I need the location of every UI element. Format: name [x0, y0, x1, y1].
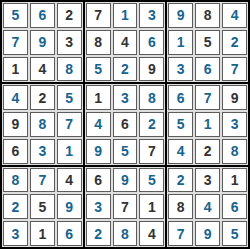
sudoku-cell[interactable]: 7	[195, 85, 220, 110]
sudoku-cell[interactable]: 8	[57, 57, 82, 82]
sudoku-cell[interactable]: 3	[30, 139, 55, 164]
sudoku-cell[interactable]: 4	[57, 168, 82, 193]
sudoku-cell[interactable]: 9	[222, 85, 247, 110]
sudoku-cell[interactable]: 7	[139, 139, 164, 164]
sudoku-cell[interactable]: 3	[195, 168, 220, 193]
sudoku-cell[interactable]: 4	[168, 139, 193, 164]
sudoku-cell[interactable]: 5	[139, 168, 164, 193]
sudoku-cell[interactable]: 9	[57, 194, 82, 219]
sudoku-cell[interactable]: 5	[195, 30, 220, 55]
sudoku-cell[interactable]: 3	[139, 3, 164, 28]
sudoku-cell[interactable]: 9	[168, 3, 193, 28]
sudoku-cell[interactable]: 3	[113, 85, 138, 110]
sudoku-cell[interactable]: 3	[57, 30, 82, 55]
sudoku-box: 984152367	[167, 2, 248, 82]
sudoku-cell[interactable]: 7	[3, 30, 28, 55]
sudoku-cell[interactable]: 1	[168, 30, 193, 55]
sudoku-box: 425987631	[2, 84, 83, 164]
sudoku-cell[interactable]: 6	[86, 168, 111, 193]
sudoku-cell[interactable]: 4	[86, 112, 111, 137]
sudoku-cell[interactable]: 6	[57, 221, 82, 246]
sudoku-cell[interactable]: 1	[3, 57, 28, 82]
sudoku-cell[interactable]: 8	[195, 3, 220, 28]
sudoku-cell[interactable]: 1	[195, 112, 220, 137]
sudoku-cell[interactable]: 8	[30, 112, 55, 137]
sudoku-box: 562793148	[2, 2, 83, 82]
sudoku-box: 679513428	[167, 84, 248, 164]
sudoku-cell[interactable]: 7	[113, 194, 138, 219]
sudoku-cell[interactable]: 8	[139, 85, 164, 110]
sudoku-cell[interactable]: 1	[57, 139, 82, 164]
sudoku-cell[interactable]: 3	[86, 194, 111, 219]
sudoku-cell[interactable]: 1	[139, 194, 164, 219]
sudoku-box: 874259316	[2, 167, 83, 247]
sudoku-cell[interactable]: 8	[168, 194, 193, 219]
sudoku-cell[interactable]: 7	[57, 112, 82, 137]
sudoku-board: 5627931487138465299841523674259876311384…	[0, 0, 250, 249]
sudoku-cell[interactable]: 1	[113, 3, 138, 28]
sudoku-cell[interactable]: 3	[168, 57, 193, 82]
sudoku-cell[interactable]: 4	[222, 3, 247, 28]
sudoku-cell[interactable]: 4	[30, 57, 55, 82]
sudoku-cell[interactable]: 6	[139, 30, 164, 55]
sudoku-cell[interactable]: 9	[139, 57, 164, 82]
sudoku-cell[interactable]: 3	[3, 221, 28, 246]
sudoku-cell[interactable]: 2	[57, 3, 82, 28]
sudoku-cell[interactable]: 4	[195, 194, 220, 219]
sudoku-cell[interactable]: 5	[168, 112, 193, 137]
sudoku-cell[interactable]: 4	[139, 221, 164, 246]
sudoku-cell[interactable]: 2	[86, 221, 111, 246]
sudoku-box: 713846529	[85, 2, 166, 82]
sudoku-cell[interactable]: 9	[113, 168, 138, 193]
sudoku-cell[interactable]: 9	[195, 221, 220, 246]
sudoku-box: 138462957	[85, 84, 166, 164]
sudoku-cell[interactable]: 6	[222, 194, 247, 219]
sudoku-cell[interactable]: 7	[30, 168, 55, 193]
sudoku-cell[interactable]: 2	[113, 57, 138, 82]
sudoku-cell[interactable]: 9	[3, 112, 28, 137]
sudoku-cell[interactable]: 2	[3, 194, 28, 219]
sudoku-cell[interactable]: 8	[3, 168, 28, 193]
sudoku-cell[interactable]: 9	[30, 30, 55, 55]
sudoku-cell[interactable]: 4	[113, 30, 138, 55]
sudoku-cell[interactable]: 8	[86, 30, 111, 55]
sudoku-cell[interactable]: 8	[113, 221, 138, 246]
sudoku-cell[interactable]: 8	[222, 139, 247, 164]
sudoku-cell[interactable]: 9	[86, 139, 111, 164]
sudoku-cell[interactable]: 6	[113, 112, 138, 137]
sudoku-cell[interactable]: 1	[222, 168, 247, 193]
sudoku-cell[interactable]: 1	[30, 221, 55, 246]
sudoku-box: 695371284	[85, 167, 166, 247]
sudoku-cell[interactable]: 7	[168, 221, 193, 246]
sudoku-box: 231846795	[167, 167, 248, 247]
sudoku-cell[interactable]: 5	[222, 221, 247, 246]
sudoku-cell[interactable]: 5	[30, 194, 55, 219]
sudoku-cell[interactable]: 5	[86, 57, 111, 82]
sudoku-cell[interactable]: 2	[168, 168, 193, 193]
sudoku-cell[interactable]: 5	[113, 139, 138, 164]
sudoku-cell[interactable]: 2	[139, 112, 164, 137]
sudoku-cell[interactable]: 4	[3, 85, 28, 110]
sudoku-cell[interactable]: 6	[168, 85, 193, 110]
sudoku-cell[interactable]: 1	[86, 85, 111, 110]
sudoku-cell[interactable]: 2	[30, 85, 55, 110]
sudoku-cell[interactable]: 7	[222, 57, 247, 82]
sudoku-cell[interactable]: 2	[195, 139, 220, 164]
sudoku-cell[interactable]: 5	[3, 3, 28, 28]
sudoku-cell[interactable]: 5	[57, 85, 82, 110]
sudoku-cell[interactable]: 7	[86, 3, 111, 28]
sudoku-cell[interactable]: 3	[222, 112, 247, 137]
sudoku-cell[interactable]: 6	[195, 57, 220, 82]
sudoku-cell[interactable]: 2	[222, 30, 247, 55]
sudoku-cell[interactable]: 6	[3, 139, 28, 164]
sudoku-cell[interactable]: 6	[30, 3, 55, 28]
